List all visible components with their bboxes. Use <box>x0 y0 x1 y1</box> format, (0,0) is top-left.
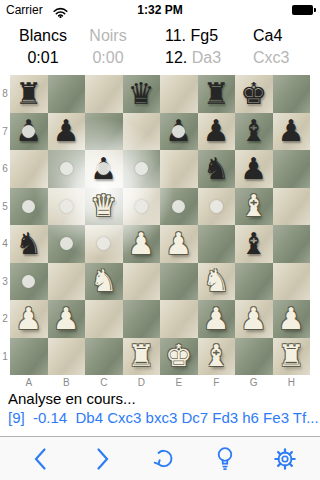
legal-move-dot-a3 <box>22 275 35 288</box>
black-pawn-f7[interactable]: ♟ <box>198 113 236 151</box>
square-d8[interactable]: ♛ <box>123 75 161 113</box>
black-player-label: Noirs <box>86 27 130 45</box>
legal-move-dot-f5 <box>210 200 223 213</box>
white-bishop-f1[interactable]: ♝ <box>198 338 236 376</box>
square-c5[interactable]: ♛ <box>85 188 123 226</box>
legal-move-dot-a5 <box>22 200 35 213</box>
black-knight-f6[interactable]: ♞ <box>198 150 236 188</box>
square-a2[interactable]: ♟ <box>10 300 48 338</box>
square-a7[interactable]: ♟ <box>10 113 48 151</box>
square-f8[interactable]: ♜ <box>198 75 236 113</box>
white-rook-h1[interactable]: ♜ <box>273 338 311 376</box>
square-e5[interactable] <box>160 188 198 226</box>
file-label-e: E <box>160 377 198 388</box>
white-knight-c3[interactable]: ♞ <box>85 263 123 301</box>
square-f2[interactable]: ♟ <box>198 300 236 338</box>
status-clock: 1:32 PM <box>0 3 320 17</box>
undo-button[interactable] <box>141 437 185 480</box>
square-c3[interactable]: ♞ <box>85 263 123 301</box>
square-b3[interactable] <box>48 263 86 301</box>
black-pawn-b7[interactable]: ♟ <box>48 113 86 151</box>
square-f1[interactable]: ♝ <box>198 338 236 376</box>
square-h7[interactable]: ♟ <box>273 113 311 151</box>
move-11-black[interactable]: Ca4 <box>253 27 282 45</box>
square-a8[interactable]: ♜ <box>10 75 48 113</box>
square-f5[interactable] <box>198 188 236 226</box>
black-queen-d8[interactable]: ♛ <box>123 75 161 113</box>
file-label-c: C <box>85 377 123 388</box>
square-d6[interactable] <box>123 150 161 188</box>
square-h8[interactable] <box>273 75 311 113</box>
black-pawn-h7[interactable]: ♟ <box>273 113 311 151</box>
square-g5[interactable]: ♝ <box>235 188 273 226</box>
square-g8[interactable]: ♚ <box>235 75 273 113</box>
white-pawn-d4[interactable]: ♟ <box>123 225 161 263</box>
square-h4[interactable] <box>273 225 311 263</box>
move-row-11[interactable]: 11. Fg5 <box>165 27 218 45</box>
square-h1[interactable]: ♜ <box>273 338 311 376</box>
white-rook-d1[interactable]: ♜ <box>123 338 161 376</box>
white-knight-f3[interactable]: ♞ <box>198 263 236 301</box>
square-c1[interactable] <box>85 338 123 376</box>
file-label-a: A <box>10 377 48 388</box>
square-g6[interactable]: ♟ <box>235 150 273 188</box>
square-a6[interactable] <box>10 150 48 188</box>
move-12-black[interactable]: Cxc3 <box>253 49 289 67</box>
square-d3[interactable] <box>123 263 161 301</box>
square-b1[interactable] <box>48 338 86 376</box>
square-g4[interactable]: ♝ <box>235 225 273 263</box>
chevron-left-icon <box>33 447 47 471</box>
undo-rotate-icon <box>152 447 175 470</box>
square-e1[interactable]: ♚ <box>160 338 198 376</box>
square-h6[interactable] <box>273 150 311 188</box>
square-b8[interactable] <box>48 75 86 113</box>
square-b5[interactable] <box>48 188 86 226</box>
black-knight-a4[interactable]: ♞ <box>10 225 48 263</box>
battery-icon <box>292 5 316 15</box>
square-e8[interactable] <box>160 75 198 113</box>
square-h2[interactable]: ♟ <box>273 300 311 338</box>
white-king-e1[interactable]: ♚ <box>160 338 198 376</box>
square-f7[interactable]: ♟ <box>198 113 236 151</box>
rank-label-2: 2 <box>0 300 10 338</box>
white-pawn-a2[interactable]: ♟ <box>10 300 48 338</box>
square-d4[interactable]: ♟ <box>123 225 161 263</box>
rank-label-1: 1 <box>0 338 10 376</box>
white-pawn-g2[interactable]: ♟ <box>235 300 273 338</box>
square-c2[interactable] <box>85 300 123 338</box>
file-labels: ABCDEFGH <box>10 377 310 388</box>
white-pawn-e4[interactable]: ♟ <box>160 225 198 263</box>
white-player-label: Blancs <box>0 27 86 45</box>
square-b7[interactable]: ♟ <box>48 113 86 151</box>
file-label-h: H <box>273 377 311 388</box>
bottom-toolbar <box>0 436 320 480</box>
white-queen-c5[interactable]: ♛ <box>85 188 123 226</box>
file-label-f: F <box>198 377 236 388</box>
board[interactable]: ♜♛♜♚♟♟♟♟♝♟♟♞♟♛♝♞♟♟♝♞♞♟♟♟♟♟♜♚♝♜ <box>10 75 310 375</box>
legal-move-dot-b6 <box>60 162 73 175</box>
square-a3[interactable] <box>10 263 48 301</box>
legal-move-dot-d5 <box>135 200 148 213</box>
square-c4[interactable] <box>85 225 123 263</box>
black-bishop-g7[interactable]: ♝ <box>235 113 273 151</box>
black-clock: 0:00 <box>86 49 130 67</box>
rank-label-7: 7 <box>0 113 10 151</box>
square-d1[interactable]: ♜ <box>123 338 161 376</box>
square-d5[interactable] <box>123 188 161 226</box>
square-f6[interactable]: ♞ <box>198 150 236 188</box>
back-button[interactable] <box>18 437 62 480</box>
file-label-d: D <box>123 377 161 388</box>
black-rook-f8[interactable]: ♜ <box>198 75 236 113</box>
square-g3[interactable] <box>235 263 273 301</box>
lightbulb-icon <box>214 446 236 472</box>
square-g7[interactable]: ♝ <box>235 113 273 151</box>
file-label-g: G <box>235 377 273 388</box>
rank-label-6: 6 <box>0 150 10 188</box>
square-g2[interactable]: ♟ <box>235 300 273 338</box>
square-b6[interactable] <box>48 150 86 188</box>
forward-button[interactable] <box>81 437 125 480</box>
square-a5[interactable] <box>10 188 48 226</box>
square-f4[interactable] <box>198 225 236 263</box>
black-bishop-g4[interactable]: ♝ <box>235 225 273 263</box>
square-e6[interactable] <box>160 150 198 188</box>
white-clock: 0:01 <box>0 49 86 67</box>
settings-button[interactable] <box>263 437 307 480</box>
hint-button[interactable] <box>203 437 247 480</box>
legal-move-dot-e5 <box>172 200 185 213</box>
square-f3[interactable]: ♞ <box>198 263 236 301</box>
legal-move-dot-b5 <box>60 200 73 213</box>
legal-move-dot-a7 <box>22 125 35 138</box>
square-h5[interactable] <box>273 188 311 226</box>
legal-move-dot-c4 <box>97 237 110 250</box>
rank-label-8: 8 <box>0 75 10 113</box>
legal-move-dot-e7 <box>172 125 185 138</box>
square-e3[interactable] <box>160 263 198 301</box>
rank-label-3: 3 <box>0 263 10 301</box>
square-a1[interactable] <box>10 338 48 376</box>
square-b2[interactable]: ♟ <box>48 300 86 338</box>
analysis-status: Analyse en cours... <box>8 390 136 407</box>
file-label-b: B <box>48 377 86 388</box>
square-d2[interactable] <box>123 300 161 338</box>
engine-line[interactable]: [9] -0.14 Db4 Cxc3 bxc3 Dc7 Fd3 h6 Fe3 T… <box>8 409 319 426</box>
gear-icon <box>273 447 297 471</box>
white-pawn-h2[interactable]: ♟ <box>273 300 311 338</box>
square-e2[interactable] <box>160 300 198 338</box>
square-e4[interactable]: ♟ <box>160 225 198 263</box>
legal-move-dot-d6 <box>135 162 148 175</box>
black-pawn-g6[interactable]: ♟ <box>235 150 273 188</box>
black-rook-a8[interactable]: ♜ <box>10 75 48 113</box>
square-c6[interactable]: ♟ <box>85 150 123 188</box>
white-pawn-f2[interactable]: ♟ <box>198 300 236 338</box>
square-b4[interactable] <box>48 225 86 263</box>
move-row-12[interactable]: 12. Da3 <box>165 49 221 67</box>
square-d7[interactable] <box>123 113 161 151</box>
status-bar: Carrier 1:32 PM <box>0 0 320 20</box>
white-bishop-g5[interactable]: ♝ <box>235 188 273 226</box>
chevron-right-icon <box>96 447 110 471</box>
rank-labels: 87654321 <box>0 75 10 375</box>
square-g1[interactable] <box>235 338 273 376</box>
square-e7[interactable]: ♟ <box>160 113 198 151</box>
square-a4[interactable]: ♞ <box>10 225 48 263</box>
square-c7[interactable] <box>85 113 123 151</box>
white-pawn-b2[interactable]: ♟ <box>48 300 86 338</box>
rank-label-5: 5 <box>0 188 10 226</box>
square-c8[interactable] <box>85 75 123 113</box>
black-king-g8[interactable]: ♚ <box>235 75 273 113</box>
rank-label-4: 4 <box>0 225 10 263</box>
square-h3[interactable] <box>273 263 311 301</box>
game-header: Blancs Noirs 11. Fg5 Ca4 0:01 0:00 12. D… <box>0 20 320 75</box>
legal-move-dot-b4 <box>60 237 73 250</box>
